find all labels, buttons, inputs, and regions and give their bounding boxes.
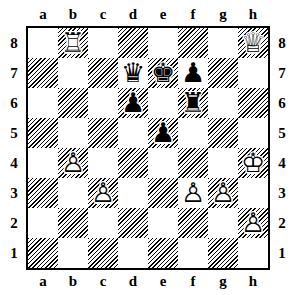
square-b1[interactable]	[58, 238, 88, 268]
board: ♜♖♛♕♛♛♚♚♟♟♟♟♜♜♟♟♟♙♚♔♟♙♟♙♟♙♟♙	[26, 26, 270, 270]
square-c5[interactable]	[88, 118, 118, 148]
file-labels-top: abcdefgh	[28, 4, 268, 24]
rank-label-left-1: 1	[4, 238, 24, 268]
rank-labels-left: 87654321	[4, 28, 24, 268]
black-pawn-glyph: ♟	[151, 118, 175, 148]
white-queen-glyph: ♕	[241, 28, 265, 58]
file-label-bottom-a: a	[28, 271, 58, 291]
square-g1[interactable]	[208, 238, 238, 268]
square-e3[interactable]	[148, 178, 178, 208]
rank-label-right-3: 3	[272, 178, 292, 208]
square-f5[interactable]	[178, 118, 208, 148]
rank-label-left-8: 8	[4, 28, 24, 58]
square-a1[interactable]	[28, 238, 58, 268]
square-e8[interactable]	[148, 28, 178, 58]
square-g2[interactable]	[208, 208, 238, 238]
square-h2[interactable]: ♟♙	[238, 208, 268, 238]
square-h1[interactable]	[238, 238, 268, 268]
square-a6[interactable]	[28, 88, 58, 118]
square-c8[interactable]	[88, 28, 118, 58]
square-f4[interactable]	[178, 148, 208, 178]
square-c7[interactable]	[88, 58, 118, 88]
square-g5[interactable]	[208, 118, 238, 148]
square-e1[interactable]	[148, 238, 178, 268]
chess-diagram: abcdefgh 87654321 ♜♖♛♕♛♛♚♚♟♟♟♟♜♜♟♟♟♙♚♔♟♙…	[0, 0, 295, 295]
file-label-top-c: c	[88, 4, 118, 24]
file-label-top-a: a	[28, 4, 58, 24]
white-pawn-glyph: ♙	[211, 178, 235, 208]
rank-label-right-6: 6	[272, 88, 292, 118]
white-rook-glyph: ♖	[61, 28, 85, 58]
square-f2[interactable]	[178, 208, 208, 238]
square-d1[interactable]	[118, 238, 148, 268]
square-f8[interactable]	[178, 28, 208, 58]
square-d8[interactable]	[118, 28, 148, 58]
file-label-top-h: h	[238, 4, 268, 24]
black-pawn-glyph: ♟	[121, 88, 145, 118]
square-d4[interactable]	[118, 148, 148, 178]
square-g4[interactable]	[208, 148, 238, 178]
square-a3[interactable]	[28, 178, 58, 208]
square-b6[interactable]	[58, 88, 88, 118]
square-c2[interactable]	[88, 208, 118, 238]
rank-label-right-7: 7	[272, 58, 292, 88]
file-label-top-g: g	[208, 4, 238, 24]
file-label-bottom-h: h	[238, 271, 268, 291]
square-h7[interactable]	[238, 58, 268, 88]
black-queen[interactable]: ♛♛	[118, 58, 148, 88]
white-pawn[interactable]: ♟♙	[88, 178, 118, 208]
rank-label-left-6: 6	[4, 88, 24, 118]
white-pawn[interactable]: ♟♙	[178, 178, 208, 208]
square-e7[interactable]: ♚♚	[148, 58, 178, 88]
square-e2[interactable]	[148, 208, 178, 238]
rank-label-left-7: 7	[4, 58, 24, 88]
white-pawn[interactable]: ♟♙	[238, 208, 268, 238]
white-rook[interactable]: ♜♖	[58, 28, 88, 58]
square-c4[interactable]	[88, 148, 118, 178]
rank-label-left-5: 5	[4, 118, 24, 148]
square-e4[interactable]	[148, 148, 178, 178]
square-g7[interactable]	[208, 58, 238, 88]
square-h5[interactable]	[238, 118, 268, 148]
file-label-bottom-b: b	[58, 271, 88, 291]
square-c1[interactable]	[88, 238, 118, 268]
white-pawn-glyph: ♙	[241, 208, 265, 238]
square-f3[interactable]: ♟♙	[178, 178, 208, 208]
square-b8[interactable]: ♜♖	[58, 28, 88, 58]
square-b2[interactable]	[58, 208, 88, 238]
file-labels-bottom: abcdefgh	[28, 271, 268, 291]
file-label-top-f: f	[178, 4, 208, 24]
square-d3[interactable]	[118, 178, 148, 208]
square-b4[interactable]: ♟♙	[58, 148, 88, 178]
square-a4[interactable]	[28, 148, 58, 178]
file-label-bottom-e: e	[148, 271, 178, 291]
square-a7[interactable]	[28, 58, 58, 88]
black-rook[interactable]: ♜♜	[178, 88, 208, 118]
black-king-glyph: ♚	[151, 58, 175, 88]
square-d2[interactable]	[118, 208, 148, 238]
white-pawn-glyph: ♙	[61, 148, 85, 178]
white-queen[interactable]: ♛♕	[238, 28, 268, 58]
square-e5[interactable]: ♟♟	[148, 118, 178, 148]
square-g6[interactable]	[208, 88, 238, 118]
white-pawn-glyph: ♙	[91, 178, 115, 208]
square-a8[interactable]	[28, 28, 58, 58]
square-c6[interactable]	[88, 88, 118, 118]
square-d5[interactable]	[118, 118, 148, 148]
square-f6[interactable]: ♜♜	[178, 88, 208, 118]
square-h8[interactable]: ♛♕	[238, 28, 268, 58]
white-king[interactable]: ♚♔	[238, 148, 268, 178]
black-pawn-glyph: ♟	[181, 58, 205, 88]
rank-label-right-8: 8	[272, 28, 292, 58]
rank-labels-right: 87654321	[272, 28, 292, 268]
square-c3[interactable]: ♟♙	[88, 178, 118, 208]
square-a2[interactable]	[28, 208, 58, 238]
square-h3[interactable]	[238, 178, 268, 208]
rank-label-right-5: 5	[272, 118, 292, 148]
file-label-top-b: b	[58, 4, 88, 24]
rank-label-left-3: 3	[4, 178, 24, 208]
white-pawn[interactable]: ♟♙	[208, 178, 238, 208]
file-label-bottom-d: d	[118, 271, 148, 291]
square-a5[interactable]	[28, 118, 58, 148]
black-pawn[interactable]: ♟♟	[148, 118, 178, 148]
square-b3[interactable]	[58, 178, 88, 208]
rank-label-left-4: 4	[4, 148, 24, 178]
black-rook-glyph: ♜	[181, 88, 205, 118]
rank-label-right-2: 2	[272, 208, 292, 238]
square-h6[interactable]	[238, 88, 268, 118]
file-label-bottom-c: c	[88, 271, 118, 291]
black-king[interactable]: ♚♚	[148, 58, 178, 88]
white-pawn-glyph: ♙	[181, 178, 205, 208]
file-label-bottom-g: g	[208, 271, 238, 291]
black-queen-glyph: ♛	[121, 58, 145, 88]
black-pawn[interactable]: ♟♟	[178, 58, 208, 88]
white-pawn[interactable]: ♟♙	[58, 148, 88, 178]
square-e6[interactable]	[148, 88, 178, 118]
square-b5[interactable]	[58, 118, 88, 148]
rank-label-right-4: 4	[272, 148, 292, 178]
rank-label-left-2: 2	[4, 208, 24, 238]
square-b7[interactable]	[58, 58, 88, 88]
rank-label-right-1: 1	[272, 238, 292, 268]
file-label-bottom-f: f	[178, 271, 208, 291]
black-pawn[interactable]: ♟♟	[118, 88, 148, 118]
square-g3[interactable]: ♟♙	[208, 178, 238, 208]
square-d7[interactable]: ♛♛	[118, 58, 148, 88]
square-f7[interactable]: ♟♟	[178, 58, 208, 88]
square-d6[interactable]: ♟♟	[118, 88, 148, 118]
square-g8[interactable]	[208, 28, 238, 58]
square-h4[interactable]: ♚♔	[238, 148, 268, 178]
file-label-top-d: d	[118, 4, 148, 24]
file-label-top-e: e	[148, 4, 178, 24]
white-king-glyph: ♔	[241, 148, 265, 178]
square-f1[interactable]	[178, 238, 208, 268]
